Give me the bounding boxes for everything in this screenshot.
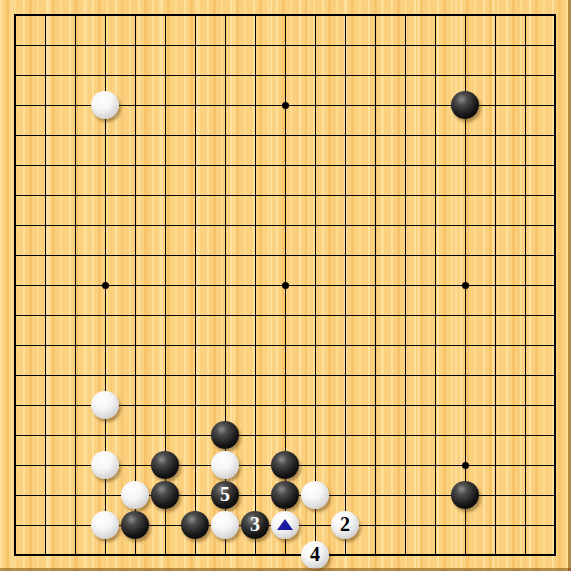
stone-white-K2[interactable] bbox=[271, 511, 299, 539]
stone-white-D6[interactable] bbox=[91, 391, 119, 419]
grid-line bbox=[15, 315, 555, 316]
triangle-marker-icon bbox=[277, 519, 293, 530]
stone-black-J2[interactable]: 3 bbox=[241, 511, 269, 539]
move-number: 5 bbox=[220, 484, 230, 504]
move-number: 4 bbox=[310, 544, 320, 564]
stone-black-F4[interactable] bbox=[151, 451, 179, 479]
move-number: 2 bbox=[340, 514, 350, 534]
stone-black-K3[interactable] bbox=[271, 481, 299, 509]
grid-line bbox=[15, 435, 555, 436]
grid-line bbox=[315, 15, 316, 555]
stone-black-H5[interactable] bbox=[211, 421, 239, 449]
star-point bbox=[282, 102, 289, 109]
grid-line bbox=[375, 15, 376, 555]
stone-white-L1[interactable]: 4 bbox=[301, 541, 329, 569]
stone-black-Q16[interactable] bbox=[451, 91, 479, 119]
stone-black-F3[interactable] bbox=[151, 481, 179, 509]
stone-black-H3[interactable]: 5 bbox=[211, 481, 239, 509]
stone-black-K4[interactable] bbox=[271, 451, 299, 479]
stone-white-M2[interactable]: 2 bbox=[331, 511, 359, 539]
star-point bbox=[462, 282, 469, 289]
grid-line bbox=[15, 345, 555, 346]
stone-white-E3[interactable] bbox=[121, 481, 149, 509]
grid-line bbox=[345, 15, 346, 555]
stone-white-D4[interactable] bbox=[91, 451, 119, 479]
star-point bbox=[102, 282, 109, 289]
grid-line bbox=[435, 15, 436, 555]
grid-line bbox=[15, 375, 555, 376]
grid-line bbox=[495, 15, 496, 555]
grid-line bbox=[405, 15, 406, 555]
go-board[interactable]: 5324 bbox=[0, 0, 571, 571]
stone-white-H4[interactable] bbox=[211, 451, 239, 479]
stone-black-Q3[interactable] bbox=[451, 481, 479, 509]
stone-white-H2[interactable] bbox=[211, 511, 239, 539]
star-point bbox=[462, 462, 469, 469]
grid-line bbox=[525, 15, 526, 555]
stone-black-E2[interactable] bbox=[121, 511, 149, 539]
stone-white-L3[interactable] bbox=[301, 481, 329, 509]
move-number: 3 bbox=[250, 514, 260, 534]
stone-white-D16[interactable] bbox=[91, 91, 119, 119]
star-point bbox=[282, 282, 289, 289]
stone-white-D2[interactable] bbox=[91, 511, 119, 539]
stone-black-G2[interactable] bbox=[181, 511, 209, 539]
